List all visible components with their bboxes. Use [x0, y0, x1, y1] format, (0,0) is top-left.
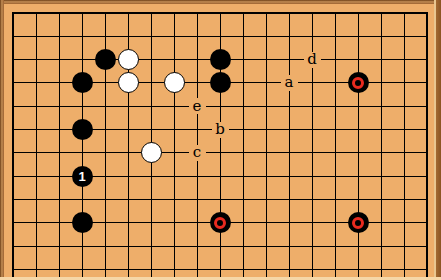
black-stone-D10 [72, 212, 93, 233]
black-stone-D14 [72, 119, 93, 140]
grid-vline [266, 12, 267, 277]
grid-vline [289, 12, 290, 277]
white-stone-F17 [118, 49, 139, 70]
marked-black-stone-Q16 [348, 72, 369, 93]
grid-vline [381, 12, 382, 277]
grid-vline [358, 12, 359, 277]
point-label-e: e [189, 98, 206, 114]
white-stone-F16 [118, 72, 139, 93]
grid-vline [12, 12, 14, 277]
point-label-c: c [189, 145, 206, 161]
grid-vline [36, 12, 37, 277]
red-circle-mark [352, 217, 364, 229]
grid-vline [82, 12, 83, 277]
marked-black-stone-K10 [210, 212, 231, 233]
red-circle-mark [214, 217, 226, 229]
grid-vline [243, 12, 244, 277]
black-stone-D16 [72, 72, 93, 93]
go-board-diagram: abcde1 [0, 0, 441, 280]
move-1-black-stone-D12: 1 [72, 166, 93, 187]
point-label-b: b [212, 122, 229, 138]
grid-vline [335, 12, 336, 277]
board-frame-top [0, 0, 441, 4]
move-number-label: 1 [78, 170, 85, 183]
red-circle-mark [352, 77, 364, 89]
board-frame-right [434, 0, 441, 280]
black-stone-K17 [210, 49, 231, 70]
board-frame-left [0, 0, 4, 280]
grid-vline [59, 12, 60, 277]
point-label-a: a [281, 75, 298, 91]
marked-black-stone-Q10 [348, 212, 369, 233]
grid-vline [404, 12, 405, 277]
white-stone-G13 [141, 142, 162, 163]
grid-vline [426, 12, 428, 277]
black-stone-E17 [95, 49, 116, 70]
black-stone-K16 [210, 72, 231, 93]
point-label-d: d [304, 52, 321, 68]
grid-vline [174, 12, 175, 277]
white-stone-H16 [164, 72, 185, 93]
